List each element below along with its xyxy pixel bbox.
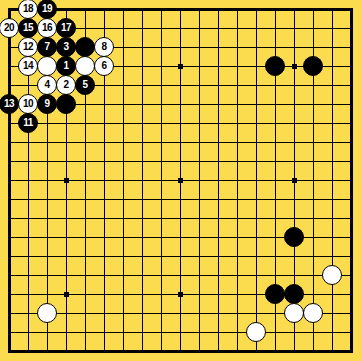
intersection-H13[interactable] (133, 114, 152, 133)
intersection-G19[interactable] (114, 0, 133, 19)
intersection-C17[interactable]: 7 (38, 38, 57, 57)
intersection-Q13[interactable] (285, 114, 304, 133)
intersection-D10[interactable] (57, 171, 76, 190)
intersection-R5[interactable] (304, 266, 323, 285)
intersection-P9[interactable] (266, 190, 285, 209)
intersection-H2[interactable] (133, 323, 152, 342)
intersection-H3[interactable] (133, 304, 152, 323)
intersection-N15[interactable] (228, 76, 247, 95)
intersection-Q16[interactable] (285, 57, 304, 76)
intersection-E2[interactable] (76, 323, 95, 342)
intersection-H19[interactable] (133, 0, 152, 19)
intersection-Q10[interactable] (285, 171, 304, 190)
intersection-D18[interactable]: 17 (57, 19, 76, 38)
intersection-G17[interactable] (114, 38, 133, 57)
intersection-Q11[interactable] (285, 152, 304, 171)
intersection-D3[interactable] (57, 304, 76, 323)
intersection-N10[interactable] (228, 171, 247, 190)
intersection-T19[interactable] (342, 0, 361, 19)
intersection-K6[interactable] (171, 247, 190, 266)
intersection-T16[interactable] (342, 57, 361, 76)
intersection-T9[interactable] (342, 190, 361, 209)
intersection-B15[interactable] (19, 76, 38, 95)
intersection-C12[interactable] (38, 133, 57, 152)
stone-black-C19[interactable]: 19 (37, 0, 57, 19)
intersection-F6[interactable] (95, 247, 114, 266)
stone-black-A14[interactable]: 13 (0, 94, 19, 114)
intersection-E18[interactable] (76, 19, 95, 38)
intersection-T11[interactable] (342, 152, 361, 171)
intersection-H4[interactable] (133, 285, 152, 304)
stone-black-D18[interactable]: 17 (56, 18, 76, 38)
intersection-F16[interactable]: 6 (95, 57, 114, 76)
intersection-A17[interactable] (0, 38, 19, 57)
intersection-S10[interactable] (323, 171, 342, 190)
intersection-R19[interactable] (304, 0, 323, 19)
stone-white-C18[interactable]: 16 (37, 18, 57, 38)
intersection-T15[interactable] (342, 76, 361, 95)
intersection-G6[interactable] (114, 247, 133, 266)
intersection-A4[interactable] (0, 285, 19, 304)
intersection-J18[interactable] (152, 19, 171, 38)
intersection-G18[interactable] (114, 19, 133, 38)
stone-black-B18[interactable]: 15 (18, 18, 38, 38)
intersection-D5[interactable] (57, 266, 76, 285)
intersection-H11[interactable] (133, 152, 152, 171)
intersection-M18[interactable] (209, 19, 228, 38)
intersection-E10[interactable] (76, 171, 95, 190)
intersection-P13[interactable] (266, 114, 285, 133)
intersection-F11[interactable] (95, 152, 114, 171)
intersection-N2[interactable] (228, 323, 247, 342)
intersection-B12[interactable] (19, 133, 38, 152)
intersection-L2[interactable] (190, 323, 209, 342)
intersection-C8[interactable] (38, 209, 57, 228)
intersection-H18[interactable] (133, 19, 152, 38)
intersection-L7[interactable] (190, 228, 209, 247)
intersection-H8[interactable] (133, 209, 152, 228)
intersection-A5[interactable] (0, 266, 19, 285)
intersection-C4[interactable] (38, 285, 57, 304)
intersection-B3[interactable] (19, 304, 38, 323)
intersection-A7[interactable] (0, 228, 19, 247)
intersection-J1[interactable] (152, 342, 171, 361)
intersection-L13[interactable] (190, 114, 209, 133)
intersection-B14[interactable]: 10 (19, 95, 38, 114)
intersection-Q5[interactable] (285, 266, 304, 285)
stone-white-S5[interactable] (322, 265, 342, 285)
intersection-N12[interactable] (228, 133, 247, 152)
intersection-T1[interactable] (342, 342, 361, 361)
intersection-B16[interactable]: 14 (19, 57, 38, 76)
intersection-M7[interactable] (209, 228, 228, 247)
intersection-C16[interactable] (38, 57, 57, 76)
intersection-E19[interactable] (76, 0, 95, 19)
intersection-E17[interactable] (76, 38, 95, 57)
intersection-C10[interactable] (38, 171, 57, 190)
intersection-J13[interactable] (152, 114, 171, 133)
intersection-K2[interactable] (171, 323, 190, 342)
intersection-G2[interactable] (114, 323, 133, 342)
intersection-S6[interactable] (323, 247, 342, 266)
intersection-M15[interactable] (209, 76, 228, 95)
intersection-F17[interactable]: 8 (95, 38, 114, 57)
intersection-K19[interactable] (171, 0, 190, 19)
stone-white-Q3[interactable] (284, 303, 304, 323)
intersection-P15[interactable] (266, 76, 285, 95)
intersection-O10[interactable] (247, 171, 266, 190)
intersection-P17[interactable] (266, 38, 285, 57)
intersection-G16[interactable] (114, 57, 133, 76)
intersection-R4[interactable] (304, 285, 323, 304)
intersection-C9[interactable] (38, 190, 57, 209)
intersection-Q8[interactable] (285, 209, 304, 228)
intersection-J11[interactable] (152, 152, 171, 171)
intersection-C6[interactable] (38, 247, 57, 266)
stone-white-B19[interactable]: 18 (18, 0, 38, 19)
intersection-A11[interactable] (0, 152, 19, 171)
intersection-S15[interactable] (323, 76, 342, 95)
intersection-G3[interactable] (114, 304, 133, 323)
intersection-N14[interactable] (228, 95, 247, 114)
intersection-C13[interactable] (38, 114, 57, 133)
stone-white-F16[interactable]: 6 (94, 56, 114, 76)
intersection-D2[interactable] (57, 323, 76, 342)
intersection-T18[interactable] (342, 19, 361, 38)
intersection-D4[interactable] (57, 285, 76, 304)
intersection-P16[interactable] (266, 57, 285, 76)
intersection-N3[interactable] (228, 304, 247, 323)
intersection-B2[interactable] (19, 323, 38, 342)
intersection-B5[interactable] (19, 266, 38, 285)
stone-white-C15[interactable]: 4 (37, 75, 57, 95)
intersection-O11[interactable] (247, 152, 266, 171)
intersection-T6[interactable] (342, 247, 361, 266)
intersection-F8[interactable] (95, 209, 114, 228)
intersection-P14[interactable] (266, 95, 285, 114)
stone-black-P4[interactable] (265, 284, 285, 304)
intersection-A18[interactable]: 20 (0, 19, 19, 38)
intersection-L1[interactable] (190, 342, 209, 361)
intersection-J17[interactable] (152, 38, 171, 57)
stone-white-B16[interactable]: 14 (18, 56, 38, 76)
intersection-G9[interactable] (114, 190, 133, 209)
intersection-K1[interactable] (171, 342, 190, 361)
intersection-A8[interactable] (0, 209, 19, 228)
intersection-J10[interactable] (152, 171, 171, 190)
intersection-B7[interactable] (19, 228, 38, 247)
intersection-J12[interactable] (152, 133, 171, 152)
intersection-P12[interactable] (266, 133, 285, 152)
intersection-G7[interactable] (114, 228, 133, 247)
intersection-O6[interactable] (247, 247, 266, 266)
intersection-M13[interactable] (209, 114, 228, 133)
intersection-M9[interactable] (209, 190, 228, 209)
intersection-P11[interactable] (266, 152, 285, 171)
intersection-S7[interactable] (323, 228, 342, 247)
intersection-S16[interactable] (323, 57, 342, 76)
intersection-Q4[interactable] (285, 285, 304, 304)
intersection-K16[interactable] (171, 57, 190, 76)
intersection-E5[interactable] (76, 266, 95, 285)
intersection-C15[interactable]: 4 (38, 76, 57, 95)
intersection-J8[interactable] (152, 209, 171, 228)
intersection-C18[interactable]: 16 (38, 19, 57, 38)
intersection-D1[interactable] (57, 342, 76, 361)
intersection-J6[interactable] (152, 247, 171, 266)
stone-white-C3[interactable] (37, 303, 57, 323)
intersection-R9[interactable] (304, 190, 323, 209)
intersection-P18[interactable] (266, 19, 285, 38)
intersection-C3[interactable] (38, 304, 57, 323)
intersection-A3[interactable] (0, 304, 19, 323)
intersection-F3[interactable] (95, 304, 114, 323)
stone-white-B14[interactable]: 10 (18, 94, 38, 114)
intersection-A16[interactable] (0, 57, 19, 76)
intersection-R13[interactable] (304, 114, 323, 133)
intersection-S11[interactable] (323, 152, 342, 171)
intersection-B17[interactable]: 12 (19, 38, 38, 57)
intersection-N19[interactable] (228, 0, 247, 19)
intersection-K3[interactable] (171, 304, 190, 323)
intersection-O12[interactable] (247, 133, 266, 152)
intersection-D15[interactable]: 2 (57, 76, 76, 95)
intersection-K17[interactable] (171, 38, 190, 57)
intersection-F2[interactable] (95, 323, 114, 342)
intersection-O1[interactable] (247, 342, 266, 361)
intersection-J14[interactable] (152, 95, 171, 114)
stone-black-D16[interactable]: 1 (56, 56, 76, 76)
intersection-M11[interactable] (209, 152, 228, 171)
intersection-L10[interactable] (190, 171, 209, 190)
intersection-R15[interactable] (304, 76, 323, 95)
intersection-S5[interactable] (323, 266, 342, 285)
intersection-A19[interactable] (0, 0, 19, 19)
intersection-H12[interactable] (133, 133, 152, 152)
intersection-R16[interactable] (304, 57, 323, 76)
intersection-G13[interactable] (114, 114, 133, 133)
intersection-C14[interactable]: 9 (38, 95, 57, 114)
intersection-C5[interactable] (38, 266, 57, 285)
intersection-B6[interactable] (19, 247, 38, 266)
intersection-M2[interactable] (209, 323, 228, 342)
intersection-T5[interactable] (342, 266, 361, 285)
intersection-E13[interactable] (76, 114, 95, 133)
intersection-D12[interactable] (57, 133, 76, 152)
intersection-N6[interactable] (228, 247, 247, 266)
intersection-F18[interactable] (95, 19, 114, 38)
intersection-D17[interactable]: 3 (57, 38, 76, 57)
intersection-R12[interactable] (304, 133, 323, 152)
intersection-A2[interactable] (0, 323, 19, 342)
intersection-M4[interactable] (209, 285, 228, 304)
stone-white-O2[interactable] (246, 322, 266, 342)
intersection-M12[interactable] (209, 133, 228, 152)
intersection-C19[interactable]: 19 (38, 0, 57, 19)
stone-black-E17[interactable] (75, 37, 95, 57)
intersection-Q2[interactable] (285, 323, 304, 342)
intersection-H10[interactable] (133, 171, 152, 190)
intersection-L16[interactable] (190, 57, 209, 76)
intersection-E7[interactable] (76, 228, 95, 247)
intersection-S2[interactable] (323, 323, 342, 342)
intersection-M19[interactable] (209, 0, 228, 19)
intersection-B19[interactable]: 18 (19, 0, 38, 19)
intersection-R11[interactable] (304, 152, 323, 171)
intersection-P3[interactable] (266, 304, 285, 323)
intersection-K10[interactable] (171, 171, 190, 190)
intersection-R17[interactable] (304, 38, 323, 57)
stone-black-C17[interactable]: 7 (37, 37, 57, 57)
intersection-K5[interactable] (171, 266, 190, 285)
intersection-Q6[interactable] (285, 247, 304, 266)
intersection-N1[interactable] (228, 342, 247, 361)
intersection-O4[interactable] (247, 285, 266, 304)
intersection-K12[interactable] (171, 133, 190, 152)
intersection-B8[interactable] (19, 209, 38, 228)
intersection-H5[interactable] (133, 266, 152, 285)
intersection-T14[interactable] (342, 95, 361, 114)
intersection-E12[interactable] (76, 133, 95, 152)
intersection-K15[interactable] (171, 76, 190, 95)
intersection-O3[interactable] (247, 304, 266, 323)
intersection-J19[interactable] (152, 0, 171, 19)
intersection-O14[interactable] (247, 95, 266, 114)
intersection-J16[interactable] (152, 57, 171, 76)
stone-black-P16[interactable] (265, 56, 285, 76)
stone-white-A18[interactable]: 20 (0, 18, 19, 38)
intersection-S14[interactable] (323, 95, 342, 114)
intersection-T10[interactable] (342, 171, 361, 190)
intersection-S8[interactable] (323, 209, 342, 228)
intersection-H14[interactable] (133, 95, 152, 114)
intersection-Q17[interactable] (285, 38, 304, 57)
intersection-R10[interactable] (304, 171, 323, 190)
stone-white-R3[interactable] (303, 303, 323, 323)
intersection-S13[interactable] (323, 114, 342, 133)
intersection-D13[interactable] (57, 114, 76, 133)
intersection-F12[interactable] (95, 133, 114, 152)
intersection-S18[interactable] (323, 19, 342, 38)
intersection-F5[interactable] (95, 266, 114, 285)
intersection-H6[interactable] (133, 247, 152, 266)
intersection-G1[interactable] (114, 342, 133, 361)
intersection-Q15[interactable] (285, 76, 304, 95)
intersection-F14[interactable] (95, 95, 114, 114)
intersection-O8[interactable] (247, 209, 266, 228)
intersection-Q19[interactable] (285, 0, 304, 19)
intersection-E3[interactable] (76, 304, 95, 323)
intersection-F1[interactable] (95, 342, 114, 361)
intersection-N17[interactable] (228, 38, 247, 57)
intersection-L9[interactable] (190, 190, 209, 209)
intersection-G15[interactable] (114, 76, 133, 95)
intersection-L6[interactable] (190, 247, 209, 266)
intersection-R2[interactable] (304, 323, 323, 342)
intersection-P19[interactable] (266, 0, 285, 19)
intersection-R3[interactable] (304, 304, 323, 323)
intersection-G8[interactable] (114, 209, 133, 228)
intersection-O18[interactable] (247, 19, 266, 38)
intersection-E1[interactable] (76, 342, 95, 361)
intersection-A1[interactable] (0, 342, 19, 361)
intersection-D8[interactable] (57, 209, 76, 228)
intersection-B13[interactable]: 11 (19, 114, 38, 133)
intersection-R6[interactable] (304, 247, 323, 266)
intersection-A15[interactable] (0, 76, 19, 95)
intersection-O19[interactable] (247, 0, 266, 19)
stone-black-E15[interactable]: 5 (75, 75, 95, 95)
intersection-T17[interactable] (342, 38, 361, 57)
intersection-B18[interactable]: 15 (19, 19, 38, 38)
intersection-F15[interactable] (95, 76, 114, 95)
intersection-G5[interactable] (114, 266, 133, 285)
intersection-A13[interactable] (0, 114, 19, 133)
intersection-T8[interactable] (342, 209, 361, 228)
intersection-Q12[interactable] (285, 133, 304, 152)
intersection-P4[interactable] (266, 285, 285, 304)
intersection-L18[interactable] (190, 19, 209, 38)
stone-white-C16[interactable] (37, 56, 57, 76)
intersection-F10[interactable] (95, 171, 114, 190)
intersection-Q14[interactable] (285, 95, 304, 114)
intersection-G4[interactable] (114, 285, 133, 304)
stone-black-Q7[interactable] (284, 227, 304, 247)
stone-white-B17[interactable]: 12 (18, 37, 38, 57)
intersection-P2[interactable] (266, 323, 285, 342)
intersection-L11[interactable] (190, 152, 209, 171)
stone-black-R16[interactable] (303, 56, 323, 76)
intersection-P10[interactable] (266, 171, 285, 190)
stone-black-B13[interactable]: 11 (18, 113, 38, 133)
intersection-M16[interactable] (209, 57, 228, 76)
intersection-S12[interactable] (323, 133, 342, 152)
intersection-J4[interactable] (152, 285, 171, 304)
intersection-E4[interactable] (76, 285, 95, 304)
intersection-L15[interactable] (190, 76, 209, 95)
intersection-T3[interactable] (342, 304, 361, 323)
intersection-S3[interactable] (323, 304, 342, 323)
intersection-A10[interactable] (0, 171, 19, 190)
intersection-K4[interactable] (171, 285, 190, 304)
intersection-D16[interactable]: 1 (57, 57, 76, 76)
intersection-L19[interactable] (190, 0, 209, 19)
intersection-O2[interactable] (247, 323, 266, 342)
intersection-H17[interactable] (133, 38, 152, 57)
intersection-Q9[interactable] (285, 190, 304, 209)
stone-white-D15[interactable]: 2 (56, 75, 76, 95)
intersection-N11[interactable] (228, 152, 247, 171)
stone-black-Q4[interactable] (284, 284, 304, 304)
intersection-L4[interactable] (190, 285, 209, 304)
intersection-L5[interactable] (190, 266, 209, 285)
intersection-K18[interactable] (171, 19, 190, 38)
intersection-T7[interactable] (342, 228, 361, 247)
intersection-S1[interactable] (323, 342, 342, 361)
intersection-P7[interactable] (266, 228, 285, 247)
intersection-K9[interactable] (171, 190, 190, 209)
intersection-K11[interactable] (171, 152, 190, 171)
intersection-N8[interactable] (228, 209, 247, 228)
intersection-M6[interactable] (209, 247, 228, 266)
intersection-E9[interactable] (76, 190, 95, 209)
intersection-G11[interactable] (114, 152, 133, 171)
stone-black-D14[interactable] (56, 94, 76, 114)
intersection-O7[interactable] (247, 228, 266, 247)
intersection-Q7[interactable] (285, 228, 304, 247)
stone-white-E16[interactable] (75, 56, 95, 76)
intersection-A9[interactable] (0, 190, 19, 209)
